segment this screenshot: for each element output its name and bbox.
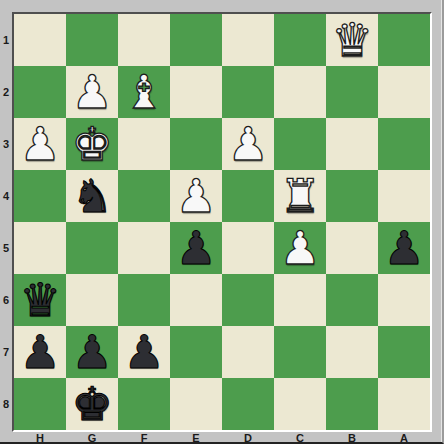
square-e7[interactable] xyxy=(170,326,222,378)
piece-black-pawn-f7[interactable]: ♟ xyxy=(123,326,164,378)
square-b4[interactable] xyxy=(326,170,378,222)
square-e3[interactable] xyxy=(170,118,222,170)
square-a5[interactable]: ♟ xyxy=(378,222,430,274)
rank-label-5: 5 xyxy=(0,222,12,274)
square-c5[interactable]: ♟ xyxy=(274,222,326,274)
square-h3[interactable]: ♟ xyxy=(14,118,66,170)
square-e2[interactable] xyxy=(170,66,222,118)
file-label-c: C xyxy=(274,432,326,444)
piece-white-pawn-e4[interactable]: ♟ xyxy=(175,170,216,222)
square-f8[interactable] xyxy=(118,378,170,430)
piece-white-rook-c4[interactable]: ♜ xyxy=(279,170,320,222)
piece-black-pawn-g7[interactable]: ♟ xyxy=(71,326,112,378)
file-label-d: D xyxy=(222,432,274,444)
square-a7[interactable] xyxy=(378,326,430,378)
rank-label-7: 7 xyxy=(0,326,12,378)
square-b6[interactable] xyxy=(326,274,378,326)
square-d2[interactable] xyxy=(222,66,274,118)
file-label-g: G xyxy=(66,432,118,444)
square-a3[interactable] xyxy=(378,118,430,170)
rank-label-2: 2 xyxy=(0,66,12,118)
file-label-a: A xyxy=(378,432,430,444)
square-a8[interactable] xyxy=(378,378,430,430)
square-b1[interactable]: ♛ xyxy=(326,14,378,66)
piece-white-bishop-f2[interactable]: ♝ xyxy=(123,66,164,118)
piece-black-pawn-a5[interactable]: ♟ xyxy=(383,222,424,274)
square-d1[interactable] xyxy=(222,14,274,66)
square-g4[interactable]: ♞ xyxy=(66,170,118,222)
rank-label-6: 6 xyxy=(0,274,12,326)
file-label-b: B xyxy=(326,432,378,444)
board-frame: ♛♟♝♟♚♟♞♟♜♟♟♟♛♟♟♟♚ xyxy=(12,12,432,432)
square-e8[interactable] xyxy=(170,378,222,430)
piece-white-queen-b1[interactable]: ♛ xyxy=(331,14,372,66)
square-h2[interactable] xyxy=(14,66,66,118)
square-e6[interactable] xyxy=(170,274,222,326)
square-c3[interactable] xyxy=(274,118,326,170)
square-h4[interactable] xyxy=(14,170,66,222)
rank-label-1: 1 xyxy=(0,14,12,66)
square-e4[interactable]: ♟ xyxy=(170,170,222,222)
square-b3[interactable] xyxy=(326,118,378,170)
square-f3[interactable] xyxy=(118,118,170,170)
square-c2[interactable] xyxy=(274,66,326,118)
piece-black-pawn-e5[interactable]: ♟ xyxy=(175,222,216,274)
file-label-e: E xyxy=(170,432,222,444)
rank-label-4: 4 xyxy=(0,170,12,222)
piece-white-pawn-c5[interactable]: ♟ xyxy=(279,222,320,274)
square-g8[interactable]: ♚ xyxy=(66,378,118,430)
piece-white-pawn-d3[interactable]: ♟ xyxy=(227,118,268,170)
square-f1[interactable] xyxy=(118,14,170,66)
square-g2[interactable]: ♟ xyxy=(66,66,118,118)
square-d6[interactable] xyxy=(222,274,274,326)
square-b7[interactable] xyxy=(326,326,378,378)
rank-label-3: 3 xyxy=(0,118,12,170)
square-a4[interactable] xyxy=(378,170,430,222)
square-f5[interactable] xyxy=(118,222,170,274)
square-c1[interactable] xyxy=(274,14,326,66)
square-f2[interactable]: ♝ xyxy=(118,66,170,118)
square-c8[interactable] xyxy=(274,378,326,430)
file-label-h: H xyxy=(14,432,66,444)
piece-black-queen-h6[interactable]: ♛ xyxy=(19,274,60,326)
piece-black-pawn-h7[interactable]: ♟ xyxy=(19,326,60,378)
square-d7[interactable] xyxy=(222,326,274,378)
square-g6[interactable] xyxy=(66,274,118,326)
square-g1[interactable] xyxy=(66,14,118,66)
square-h8[interactable] xyxy=(14,378,66,430)
square-g7[interactable]: ♟ xyxy=(66,326,118,378)
square-f6[interactable] xyxy=(118,274,170,326)
piece-white-pawn-h3[interactable]: ♟ xyxy=(19,118,60,170)
square-h7[interactable]: ♟ xyxy=(14,326,66,378)
square-c6[interactable] xyxy=(274,274,326,326)
file-label-f: F xyxy=(118,432,170,444)
square-a2[interactable] xyxy=(378,66,430,118)
square-e5[interactable]: ♟ xyxy=(170,222,222,274)
square-c4[interactable]: ♜ xyxy=(274,170,326,222)
square-a1[interactable] xyxy=(378,14,430,66)
square-d5[interactable] xyxy=(222,222,274,274)
piece-white-king-g3[interactable]: ♚ xyxy=(71,118,112,170)
square-b2[interactable] xyxy=(326,66,378,118)
square-g5[interactable] xyxy=(66,222,118,274)
piece-black-king-g8[interactable]: ♚ xyxy=(71,378,112,430)
chess-board: ♛♟♝♟♚♟♞♟♜♟♟♟♛♟♟♟♚ xyxy=(14,14,430,430)
chess-app-window: 12345678 HGFEDCBA ♛♟♝♟♚♟♞♟♜♟♟♟♛♟♟♟♚ xyxy=(0,0,444,444)
square-a6[interactable] xyxy=(378,274,430,326)
square-d3[interactable]: ♟ xyxy=(222,118,274,170)
rank-label-8: 8 xyxy=(0,378,12,430)
piece-white-pawn-g2[interactable]: ♟ xyxy=(71,66,112,118)
square-b5[interactable] xyxy=(326,222,378,274)
square-c7[interactable] xyxy=(274,326,326,378)
square-d8[interactable] xyxy=(222,378,274,430)
square-h6[interactable]: ♛ xyxy=(14,274,66,326)
square-f4[interactable] xyxy=(118,170,170,222)
square-g3[interactable]: ♚ xyxy=(66,118,118,170)
square-e1[interactable] xyxy=(170,14,222,66)
square-h1[interactable] xyxy=(14,14,66,66)
square-d4[interactable] xyxy=(222,170,274,222)
piece-black-knight-g4[interactable]: ♞ xyxy=(71,170,112,222)
square-h5[interactable] xyxy=(14,222,66,274)
square-b8[interactable] xyxy=(326,378,378,430)
square-f7[interactable]: ♟ xyxy=(118,326,170,378)
